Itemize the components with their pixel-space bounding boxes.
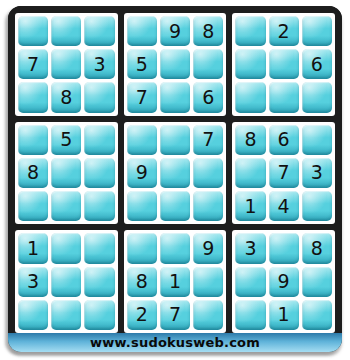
cell-r3c9[interactable] <box>302 82 332 112</box>
cell-r8c8[interactable]: 9 <box>269 267 299 297</box>
box-2: 98576 <box>124 13 227 116</box>
board-frame: 7389857626587986731413981273891 <box>8 6 342 333</box>
cell-r5c2[interactable] <box>51 158 81 188</box>
cell-r2c5[interactable] <box>160 49 190 79</box>
cell-r8c7[interactable] <box>235 267 265 297</box>
cell-r5c1[interactable]: 8 <box>18 158 48 188</box>
cell-r1c8[interactable]: 2 <box>269 16 299 46</box>
cell-r8c6[interactable] <box>193 267 223 297</box>
cell-r1c6[interactable]: 8 <box>193 16 223 46</box>
cell-r9c8[interactable]: 1 <box>269 300 299 330</box>
cell-r5c6[interactable] <box>193 158 223 188</box>
cell-r1c2[interactable] <box>51 16 81 46</box>
cell-r9c3[interactable] <box>84 300 114 330</box>
cell-r6c9[interactable] <box>302 191 332 221</box>
site-url-link[interactable]: www.sudokusweb.com <box>90 335 260 350</box>
cell-r2c8[interactable] <box>269 49 299 79</box>
cell-r3c4[interactable]: 7 <box>127 82 157 112</box>
cell-r5c8[interactable]: 7 <box>269 158 299 188</box>
cell-r7c9[interactable]: 8 <box>302 233 332 263</box>
cell-r7c7[interactable]: 3 <box>235 233 265 263</box>
cell-r1c7[interactable] <box>235 16 265 46</box>
cell-r8c4[interactable]: 8 <box>127 267 157 297</box>
cell-r4c7[interactable]: 8 <box>235 125 265 155</box>
cell-r6c2[interactable] <box>51 191 81 221</box>
box-4: 58 <box>15 122 118 225</box>
cell-r5c9[interactable]: 3 <box>302 158 332 188</box>
cell-r7c5[interactable] <box>160 233 190 263</box>
box-9: 3891 <box>232 230 335 333</box>
cell-r7c4[interactable] <box>127 233 157 263</box>
cell-r3c7[interactable] <box>235 82 265 112</box>
box-6: 867314 <box>232 122 335 225</box>
cell-r2c3[interactable]: 3 <box>84 49 114 79</box>
cell-r2c2[interactable] <box>51 49 81 79</box>
cell-r9c5[interactable]: 7 <box>160 300 190 330</box>
cell-r4c8[interactable]: 6 <box>269 125 299 155</box>
cell-r3c1[interactable] <box>18 82 48 112</box>
cell-r4c3[interactable] <box>84 125 114 155</box>
cell-r2c4[interactable]: 5 <box>127 49 157 79</box>
cell-r1c5[interactable]: 9 <box>160 16 190 46</box>
cell-r3c6[interactable]: 6 <box>193 82 223 112</box>
cell-r4c9[interactable] <box>302 125 332 155</box>
footer-bar: www.sudokusweb.com <box>8 333 342 352</box>
box-8: 98127 <box>124 230 227 333</box>
box-5: 79 <box>124 122 227 225</box>
cell-r7c6[interactable]: 9 <box>193 233 223 263</box>
cell-r3c8[interactable] <box>269 82 299 112</box>
cell-r4c6[interactable]: 7 <box>193 125 223 155</box>
box-3: 26 <box>232 13 335 116</box>
cell-r6c3[interactable] <box>84 191 114 221</box>
cell-r1c1[interactable] <box>18 16 48 46</box>
cell-r2c7[interactable] <box>235 49 265 79</box>
cell-r9c4[interactable]: 2 <box>127 300 157 330</box>
cell-r8c1[interactable]: 3 <box>18 267 48 297</box>
cell-r5c5[interactable] <box>160 158 190 188</box>
cell-r9c7[interactable] <box>235 300 265 330</box>
cell-r2c6[interactable] <box>193 49 223 79</box>
cell-r9c6[interactable] <box>193 300 223 330</box>
cell-r9c1[interactable] <box>18 300 48 330</box>
cell-r9c9[interactable] <box>302 300 332 330</box>
sudoku-grid: 7389857626587986731413981273891 <box>15 13 335 333</box>
cell-r4c1[interactable] <box>18 125 48 155</box>
cell-r8c9[interactable] <box>302 267 332 297</box>
cell-r1c3[interactable] <box>84 16 114 46</box>
cell-r6c8[interactable]: 4 <box>269 191 299 221</box>
cell-r4c4[interactable] <box>127 125 157 155</box>
cell-r9c2[interactable] <box>51 300 81 330</box>
cell-r4c5[interactable] <box>160 125 190 155</box>
cell-r1c4[interactable] <box>127 16 157 46</box>
cell-r1c9[interactable] <box>302 16 332 46</box>
cell-r7c8[interactable] <box>269 233 299 263</box>
cell-r8c2[interactable] <box>51 267 81 297</box>
cell-r8c5[interactable]: 1 <box>160 267 190 297</box>
cell-r6c5[interactable] <box>160 191 190 221</box>
cell-r7c3[interactable] <box>84 233 114 263</box>
cell-r6c7[interactable]: 1 <box>235 191 265 221</box>
cell-r8c3[interactable] <box>84 267 114 297</box>
cell-r7c2[interactable] <box>51 233 81 263</box>
box-7: 13 <box>15 230 118 333</box>
cell-r5c7[interactable] <box>235 158 265 188</box>
cell-r3c2[interactable]: 8 <box>51 82 81 112</box>
sudoku-board: 7389857626587986731413981273891 www.sudo… <box>8 6 342 352</box>
box-1: 738 <box>15 13 118 116</box>
cell-r6c6[interactable] <box>193 191 223 221</box>
cell-r3c5[interactable] <box>160 82 190 112</box>
cell-r7c1[interactable]: 1 <box>18 233 48 263</box>
cell-r5c4[interactable]: 9 <box>127 158 157 188</box>
cell-r2c1[interactable]: 7 <box>18 49 48 79</box>
cell-r4c2[interactable]: 5 <box>51 125 81 155</box>
cell-r5c3[interactable] <box>84 158 114 188</box>
cell-r6c1[interactable] <box>18 191 48 221</box>
cell-r3c3[interactable] <box>84 82 114 112</box>
cell-r2c9[interactable]: 6 <box>302 49 332 79</box>
cell-r6c4[interactable] <box>127 191 157 221</box>
